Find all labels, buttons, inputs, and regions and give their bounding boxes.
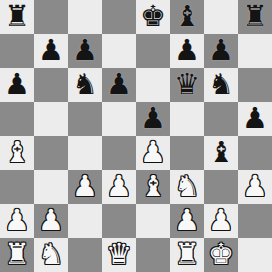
square-c6[interactable]: ♞	[68, 68, 102, 102]
square-c5[interactable]	[68, 102, 102, 136]
square-h7[interactable]	[238, 34, 272, 68]
piece-black-pawn[interactable]: ♟	[38, 34, 64, 67]
square-e2[interactable]	[136, 204, 170, 238]
piece-white-queen[interactable]: ♛	[106, 238, 132, 271]
piece-black-rook[interactable]: ♜	[4, 0, 30, 33]
piece-black-pawn[interactable]: ♟	[106, 68, 132, 101]
square-b4[interactable]	[34, 136, 68, 170]
square-e5[interactable]: ♟	[136, 102, 170, 136]
piece-white-pawn[interactable]: ♟	[242, 170, 268, 203]
square-d3[interactable]: ♟	[102, 170, 136, 204]
square-b2[interactable]: ♟	[34, 204, 68, 238]
piece-black-pawn[interactable]: ♟	[4, 68, 30, 101]
square-e1[interactable]	[136, 238, 170, 272]
piece-white-pawn[interactable]: ♟	[38, 204, 64, 237]
square-b6[interactable]	[34, 68, 68, 102]
square-g3[interactable]	[204, 170, 238, 204]
square-h2[interactable]	[238, 204, 272, 238]
square-e4[interactable]: ♟	[136, 136, 170, 170]
piece-black-pawn[interactable]: ♟	[174, 34, 200, 67]
piece-black-pawn[interactable]: ♟	[140, 102, 166, 135]
piece-white-pawn[interactable]: ♟	[72, 170, 98, 203]
square-c3[interactable]: ♟	[68, 170, 102, 204]
square-e7[interactable]	[136, 34, 170, 68]
square-b7[interactable]: ♟	[34, 34, 68, 68]
square-d7[interactable]	[102, 34, 136, 68]
piece-black-bishop[interactable]: ♝	[208, 136, 234, 169]
square-f2[interactable]: ♟	[170, 204, 204, 238]
piece-black-queen[interactable]: ♛	[174, 68, 200, 101]
square-a8[interactable]: ♜	[0, 0, 34, 34]
piece-white-pawn[interactable]: ♟	[4, 204, 30, 237]
square-d2[interactable]	[102, 204, 136, 238]
piece-black-rook[interactable]: ♜	[242, 0, 268, 33]
piece-white-rook[interactable]: ♜	[174, 238, 200, 271]
piece-white-rook[interactable]: ♜	[4, 238, 30, 271]
square-b1[interactable]: ♞	[34, 238, 68, 272]
square-a5[interactable]	[0, 102, 34, 136]
square-d8[interactable]	[102, 0, 136, 34]
square-h8[interactable]: ♜	[238, 0, 272, 34]
piece-white-knight[interactable]: ♞	[174, 170, 200, 203]
square-a1[interactable]: ♜	[0, 238, 34, 272]
square-e6[interactable]	[136, 68, 170, 102]
square-c1[interactable]	[68, 238, 102, 272]
square-f7[interactable]: ♟	[170, 34, 204, 68]
square-f8[interactable]: ♝	[170, 0, 204, 34]
piece-white-pawn[interactable]: ♟	[140, 136, 166, 169]
piece-black-bishop[interactable]: ♝	[174, 0, 200, 33]
square-f4[interactable]	[170, 136, 204, 170]
piece-white-king[interactable]: ♚	[208, 238, 234, 271]
square-g8[interactable]	[204, 0, 238, 34]
square-h4[interactable]	[238, 136, 272, 170]
square-c2[interactable]	[68, 204, 102, 238]
piece-black-pawn[interactable]: ♟	[242, 102, 268, 135]
square-f6[interactable]: ♛	[170, 68, 204, 102]
square-a6[interactable]: ♟	[0, 68, 34, 102]
square-b8[interactable]	[34, 0, 68, 34]
square-a3[interactable]	[0, 170, 34, 204]
chess-board: ♜♚♝♜♟♟♟♟♟♞♟♛♞♟♟♝♟♝♟♟♝♞♟♟♟♟♟♜♞♛♜♚	[0, 0, 272, 272]
square-g4[interactable]: ♝	[204, 136, 238, 170]
square-b3[interactable]	[34, 170, 68, 204]
square-c4[interactable]	[68, 136, 102, 170]
square-h3[interactable]: ♟	[238, 170, 272, 204]
piece-white-pawn[interactable]: ♟	[174, 204, 200, 237]
square-c7[interactable]: ♟	[68, 34, 102, 68]
square-b5[interactable]	[34, 102, 68, 136]
piece-white-bishop[interactable]: ♝	[4, 136, 30, 169]
square-h5[interactable]: ♟	[238, 102, 272, 136]
piece-black-king[interactable]: ♚	[140, 0, 166, 33]
piece-black-pawn[interactable]: ♟	[72, 34, 98, 67]
square-a4[interactable]: ♝	[0, 136, 34, 170]
piece-white-pawn[interactable]: ♟	[208, 204, 234, 237]
piece-white-pawn[interactable]: ♟	[106, 170, 132, 203]
square-f5[interactable]	[170, 102, 204, 136]
square-d6[interactable]: ♟	[102, 68, 136, 102]
square-e8[interactable]: ♚	[136, 0, 170, 34]
square-g2[interactable]: ♟	[204, 204, 238, 238]
square-g6[interactable]: ♞	[204, 68, 238, 102]
square-f1[interactable]: ♜	[170, 238, 204, 272]
square-c8[interactable]	[68, 0, 102, 34]
square-a7[interactable]	[0, 34, 34, 68]
square-a2[interactable]: ♟	[0, 204, 34, 238]
piece-black-knight[interactable]: ♞	[208, 68, 234, 101]
square-g5[interactable]	[204, 102, 238, 136]
square-d4[interactable]	[102, 136, 136, 170]
square-d1[interactable]: ♛	[102, 238, 136, 272]
square-h1[interactable]	[238, 238, 272, 272]
piece-black-knight[interactable]: ♞	[72, 68, 98, 101]
piece-white-knight[interactable]: ♞	[38, 238, 64, 271]
square-g1[interactable]: ♚	[204, 238, 238, 272]
square-e3[interactable]: ♝	[136, 170, 170, 204]
square-h6[interactable]	[238, 68, 272, 102]
square-f3[interactable]: ♞	[170, 170, 204, 204]
piece-black-pawn[interactable]: ♟	[208, 34, 234, 67]
square-g7[interactable]: ♟	[204, 34, 238, 68]
square-d5[interactable]	[102, 102, 136, 136]
piece-white-bishop[interactable]: ♝	[140, 170, 166, 203]
